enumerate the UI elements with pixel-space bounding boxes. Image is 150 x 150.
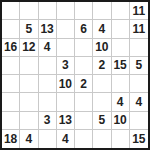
empty-cell-r6c5[interactable] bbox=[75, 93, 93, 111]
empty-cell-r2c4[interactable] bbox=[57, 20, 75, 38]
clue-cell-r6c7: 4 bbox=[112, 93, 130, 111]
clue-cell-r4c4: 3 bbox=[57, 57, 75, 75]
empty-cell-r6c6[interactable] bbox=[93, 93, 111, 111]
empty-cell-r4c1[interactable] bbox=[2, 57, 20, 75]
empty-cell-r5c8[interactable] bbox=[130, 75, 148, 93]
empty-cell-r5c6[interactable] bbox=[93, 75, 111, 93]
clue-cell-r2c2: 5 bbox=[20, 20, 38, 38]
clue-cell-r2c6: 4 bbox=[93, 20, 111, 38]
clue-cell-r3c1: 16 bbox=[2, 39, 20, 57]
clue-cell-r1c8: 11 bbox=[130, 2, 148, 20]
clue-cell-r7c4: 13 bbox=[57, 112, 75, 130]
clue-cell-r4c7: 15 bbox=[112, 57, 130, 75]
empty-cell-r3c4[interactable] bbox=[57, 39, 75, 57]
empty-cell-r7c2[interactable] bbox=[20, 112, 38, 130]
empty-cell-r3c8[interactable] bbox=[130, 39, 148, 57]
empty-cell-r3c7[interactable] bbox=[112, 39, 130, 57]
empty-cell-r1c3[interactable] bbox=[39, 2, 57, 20]
clue-cell-r3c6: 10 bbox=[93, 39, 111, 57]
empty-cell-r7c1[interactable] bbox=[2, 112, 20, 130]
clue-cell-r7c6: 5 bbox=[93, 112, 111, 130]
clue-cell-r3c2: 12 bbox=[20, 39, 38, 57]
empty-cell-r5c1[interactable] bbox=[2, 75, 20, 93]
clue-cell-r8c8: 15 bbox=[130, 130, 148, 148]
empty-cell-r6c1[interactable] bbox=[2, 93, 20, 111]
empty-cell-r4c3[interactable] bbox=[39, 57, 57, 75]
empty-cell-r5c2[interactable] bbox=[20, 75, 38, 93]
empty-cell-r7c5[interactable] bbox=[75, 112, 93, 130]
empty-cell-r6c2[interactable] bbox=[20, 93, 38, 111]
empty-cell-r4c5[interactable] bbox=[75, 57, 93, 75]
empty-cell-r6c3[interactable] bbox=[39, 93, 57, 111]
empty-cell-r8c3[interactable] bbox=[39, 130, 57, 148]
clue-cell-r2c8: 11 bbox=[130, 20, 148, 38]
clue-cell-r6c8: 4 bbox=[130, 93, 148, 111]
clue-cell-r2c3: 13 bbox=[39, 20, 57, 38]
empty-cell-r2c1[interactable] bbox=[2, 20, 20, 38]
empty-cell-r1c7[interactable] bbox=[112, 2, 130, 20]
empty-cell-r1c1[interactable] bbox=[2, 2, 20, 20]
empty-cell-r8c7[interactable] bbox=[112, 130, 130, 148]
empty-cell-r3c5[interactable] bbox=[75, 39, 93, 57]
empty-cell-r7c8[interactable] bbox=[130, 112, 148, 130]
clue-cell-r2c5: 6 bbox=[75, 20, 93, 38]
clue-cell-r8c4: 4 bbox=[57, 130, 75, 148]
empty-cell-r8c6[interactable] bbox=[93, 130, 111, 148]
clue-cell-r7c3: 3 bbox=[39, 112, 57, 130]
clue-cell-r4c6: 2 bbox=[93, 57, 111, 75]
clue-cell-r5c5: 2 bbox=[75, 75, 93, 93]
clue-cell-r7c7: 10 bbox=[112, 112, 130, 130]
clue-cell-r8c1: 18 bbox=[2, 130, 20, 148]
empty-cell-r6c4[interactable] bbox=[57, 93, 75, 111]
empty-cell-r4c2[interactable] bbox=[20, 57, 38, 75]
empty-cell-r5c7[interactable] bbox=[112, 75, 130, 93]
puzzle-board: 11513641116124103215510244313510184415 bbox=[0, 0, 150, 150]
empty-cell-r1c5[interactable] bbox=[75, 2, 93, 20]
empty-cell-r5c3[interactable] bbox=[39, 75, 57, 93]
empty-cell-r2c7[interactable] bbox=[112, 20, 130, 38]
empty-cell-r1c4[interactable] bbox=[57, 2, 75, 20]
empty-cell-r8c5[interactable] bbox=[75, 130, 93, 148]
clue-cell-r3c3: 4 bbox=[39, 39, 57, 57]
empty-cell-r1c6[interactable] bbox=[93, 2, 111, 20]
empty-cell-r1c2[interactable] bbox=[20, 2, 38, 20]
clue-cell-r8c2: 4 bbox=[20, 130, 38, 148]
clue-cell-r4c8: 5 bbox=[130, 57, 148, 75]
clue-cell-r5c4: 10 bbox=[57, 75, 75, 93]
